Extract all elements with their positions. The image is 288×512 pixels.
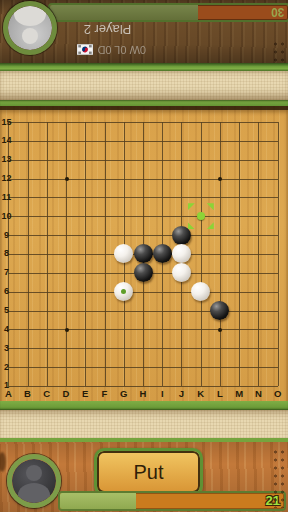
row-label: 13 <box>0 155 13 164</box>
black-stone <box>134 244 153 263</box>
col-label: J <box>171 389 191 399</box>
col-label: O <box>268 389 288 399</box>
linen-strip-top <box>0 71 288 100</box>
decor-screw-dots-top <box>272 40 285 64</box>
col-label: B <box>18 389 38 399</box>
row-label: 10 <box>0 212 13 221</box>
avatar-silhouette-icon <box>12 459 56 503</box>
board-frame-bottom <box>0 401 288 410</box>
row-label: 2 <box>0 363 13 372</box>
col-label: I <box>152 389 172 399</box>
timer-fill-bottom <box>60 493 136 509</box>
south-korea-flag-icon <box>77 45 93 56</box>
grid-line-horizontal <box>8 348 277 349</box>
decor-screw-dots-bottom <box>272 448 285 508</box>
record-text: 0W 0L 0D <box>97 44 146 56</box>
col-label: L <box>210 389 230 399</box>
row-label: 11 <box>0 193 13 202</box>
row-label: 8 <box>0 249 13 258</box>
cursor-dot <box>197 212 205 220</box>
player-name-top: Player 2 <box>70 20 145 37</box>
col-label: A <box>0 389 18 399</box>
last-move-marker <box>121 289 126 294</box>
grid-line-horizontal <box>8 329 277 330</box>
star-point <box>65 177 69 181</box>
grid-line-horizontal <box>8 311 277 312</box>
grid-line-vertical <box>239 122 240 386</box>
grid-line-vertical <box>201 122 202 386</box>
row-label: 9 <box>0 231 13 240</box>
col-label: C <box>37 389 57 399</box>
col-label: M <box>229 389 249 399</box>
avatar-silhouette-icon <box>8 6 52 50</box>
avatar-bottom <box>7 454 61 508</box>
col-label: H <box>133 389 153 399</box>
cursor-corner <box>207 222 214 229</box>
col-label: F <box>95 389 115 399</box>
grid-line-vertical <box>278 122 279 386</box>
separator-green-top <box>0 63 288 71</box>
row-label: 12 <box>0 174 13 183</box>
cursor-corner <box>188 222 195 229</box>
avatar-top <box>3 1 57 55</box>
player-record-top: 0W 0L 0D <box>58 42 146 58</box>
cursor-corner <box>207 203 214 210</box>
grid-line-vertical <box>220 122 221 386</box>
row-label: 14 <box>0 136 13 145</box>
cursor-corner <box>188 203 195 210</box>
grid-line-horizontal <box>8 386 277 387</box>
row-label: 4 <box>0 325 13 334</box>
col-label: G <box>114 389 134 399</box>
col-label: D <box>56 389 76 399</box>
black-stone <box>134 263 153 282</box>
row-label: 3 <box>0 344 13 353</box>
grid-line-horizontal <box>8 367 277 368</box>
col-label: E <box>75 389 95 399</box>
col-label: N <box>248 389 268 399</box>
player-panel-top: 30 Player 2 0W 0L 0D <box>0 0 288 63</box>
linen-strip-bottom <box>0 410 288 438</box>
placement-cursor[interactable] <box>188 203 214 229</box>
star-point <box>65 328 69 332</box>
row-label: 7 <box>0 268 13 277</box>
row-label: 5 <box>0 306 13 315</box>
timer-value-top: 30 <box>271 5 284 19</box>
timer-bar-bottom: 21 <box>58 491 286 511</box>
row-label: 15 <box>0 118 13 127</box>
timer-fill-top <box>50 5 198 20</box>
grid-line-horizontal <box>8 292 277 293</box>
put-button[interactable]: Put <box>94 448 203 496</box>
row-label: 6 <box>0 287 13 296</box>
col-label: K <box>191 389 211 399</box>
game-screen: 30 Player 2 0W 0L 0D <box>0 0 288 512</box>
grid-line-vertical <box>258 122 259 386</box>
